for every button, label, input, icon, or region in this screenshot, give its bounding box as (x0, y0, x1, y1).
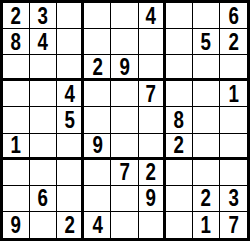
cell-r8c2[interactable]: 6 (30, 186, 57, 212)
cell-r2c9[interactable]: 2 (220, 29, 247, 55)
cell-r3c9[interactable] (220, 55, 247, 81)
cell-r5c7[interactable]: 8 (166, 107, 193, 133)
cell-r3c4[interactable]: 2 (84, 55, 111, 81)
cell-r7c5[interactable]: 7 (111, 160, 138, 186)
given-digit: 3 (38, 4, 48, 28)
cell-r7c1[interactable] (3, 160, 30, 186)
cell-r5c4[interactable] (84, 107, 111, 133)
cell-r9c2[interactable] (30, 212, 57, 238)
cell-r4c9[interactable]: 1 (220, 81, 247, 107)
cell-r5c6[interactable] (139, 107, 166, 133)
given-digit: 6 (38, 186, 48, 210)
cell-r7c2[interactable] (30, 160, 57, 186)
given-digit: 4 (64, 82, 74, 106)
cell-r6c2[interactable] (30, 134, 57, 160)
given-digit: 1 (11, 134, 21, 158)
cell-r8c4[interactable] (84, 186, 111, 212)
given-digit: 2 (64, 213, 74, 237)
cell-r8c5[interactable] (111, 186, 138, 212)
cell-r1c5[interactable] (111, 3, 138, 29)
cell-r3c5[interactable]: 9 (111, 55, 138, 81)
cell-r1c8[interactable] (193, 3, 220, 29)
cell-r9c9[interactable]: 7 (220, 212, 247, 238)
cell-r8c6[interactable]: 9 (139, 186, 166, 212)
given-digit: 2 (11, 4, 21, 28)
cell-r2c5[interactable] (111, 29, 138, 55)
given-digit: 7 (228, 213, 238, 237)
given-digit: 2 (174, 134, 184, 158)
cell-r2c1[interactable]: 8 (3, 29, 30, 55)
given-digit: 8 (11, 30, 21, 54)
cell-r2c2[interactable]: 4 (30, 29, 57, 55)
given-digit: 4 (38, 30, 48, 54)
given-digit: 4 (92, 213, 102, 237)
given-digit: 8 (174, 108, 184, 132)
given-digit: 2 (201, 186, 211, 210)
cell-r5c1[interactable] (3, 107, 30, 133)
cell-r7c4[interactable] (84, 160, 111, 186)
cell-r3c2[interactable] (30, 55, 57, 81)
given-digit: 5 (64, 108, 74, 132)
cell-r1c9[interactable]: 6 (220, 3, 247, 29)
given-digit: 2 (228, 30, 238, 54)
given-digit: 1 (228, 82, 238, 106)
given-digit: 2 (145, 160, 155, 184)
cell-r9c7[interactable] (166, 212, 193, 238)
cell-r8c7[interactable] (166, 186, 193, 212)
cell-r1c7[interactable] (166, 3, 193, 29)
cell-r8c8[interactable]: 2 (193, 186, 220, 212)
cell-r6c9[interactable] (220, 134, 247, 160)
sudoku-board: 23468452294715819272692392417 (0, 0, 250, 241)
cell-r9c3[interactable]: 2 (57, 212, 84, 238)
cell-r5c9[interactable] (220, 107, 247, 133)
cell-r2c3[interactable] (57, 29, 84, 55)
cell-r7c9[interactable] (220, 160, 247, 186)
cell-r7c3[interactable] (57, 160, 84, 186)
cell-r4c4[interactable] (84, 81, 111, 107)
given-digit: 9 (145, 186, 155, 210)
given-digit: 7 (145, 82, 155, 106)
cell-r4c6[interactable]: 7 (139, 81, 166, 107)
cell-r6c1[interactable]: 1 (3, 134, 30, 160)
cell-r9c8[interactable]: 1 (193, 212, 220, 238)
cell-r9c5[interactable] (111, 212, 138, 238)
cell-r4c2[interactable] (30, 81, 57, 107)
cell-r7c8[interactable] (193, 160, 220, 186)
cell-r5c5[interactable] (111, 107, 138, 133)
cell-r7c7[interactable] (166, 160, 193, 186)
given-digit: 9 (92, 134, 102, 158)
cell-r2c6[interactable] (139, 29, 166, 55)
cell-r8c9[interactable]: 3 (220, 186, 247, 212)
cell-r2c7[interactable] (166, 29, 193, 55)
cell-r5c3[interactable]: 5 (57, 107, 84, 133)
cell-r6c3[interactable] (57, 134, 84, 160)
cell-r2c4[interactable] (84, 29, 111, 55)
given-digit: 5 (201, 30, 211, 54)
cell-r5c2[interactable] (30, 107, 57, 133)
given-digit: 6 (228, 4, 238, 28)
cell-r4c3[interactable]: 4 (57, 81, 84, 107)
cell-r4c1[interactable] (3, 81, 30, 107)
cell-r1c2[interactable]: 3 (30, 3, 57, 29)
cell-r6c5[interactable] (111, 134, 138, 160)
cell-r3c6[interactable] (139, 55, 166, 81)
cell-r2c8[interactable]: 5 (193, 29, 220, 55)
cell-r8c1[interactable] (3, 186, 30, 212)
cell-r4c8[interactable] (193, 81, 220, 107)
cell-r7c6[interactable]: 2 (139, 160, 166, 186)
given-digit: 9 (11, 213, 21, 237)
cell-r4c7[interactable] (166, 81, 193, 107)
cell-r6c8[interactable] (193, 134, 220, 160)
cell-r3c7[interactable] (166, 55, 193, 81)
cell-r9c4[interactable]: 4 (84, 212, 111, 238)
cell-r3c3[interactable] (57, 55, 84, 81)
cell-r4c5[interactable] (111, 81, 138, 107)
given-digit: 9 (119, 55, 129, 79)
given-digit: 7 (119, 160, 129, 184)
cell-r9c6[interactable] (139, 212, 166, 238)
cell-r8c3[interactable] (57, 186, 84, 212)
cell-r3c1[interactable] (3, 55, 30, 81)
given-digit: 1 (201, 213, 211, 237)
cell-r1c6[interactable]: 4 (139, 3, 166, 29)
given-digit: 3 (228, 186, 238, 210)
given-digit: 2 (92, 55, 102, 79)
given-digit: 4 (145, 4, 155, 28)
cell-r1c4[interactable] (84, 3, 111, 29)
cell-r6c7[interactable]: 2 (166, 134, 193, 160)
cell-r6c6[interactable] (139, 134, 166, 160)
cell-r1c1[interactable]: 2 (3, 3, 30, 29)
cell-r9c1[interactable]: 9 (3, 212, 30, 238)
cell-r1c3[interactable] (57, 3, 84, 29)
cell-r3c8[interactable] (193, 55, 220, 81)
cell-r5c8[interactable] (193, 107, 220, 133)
cell-r6c4[interactable]: 9 (84, 134, 111, 160)
